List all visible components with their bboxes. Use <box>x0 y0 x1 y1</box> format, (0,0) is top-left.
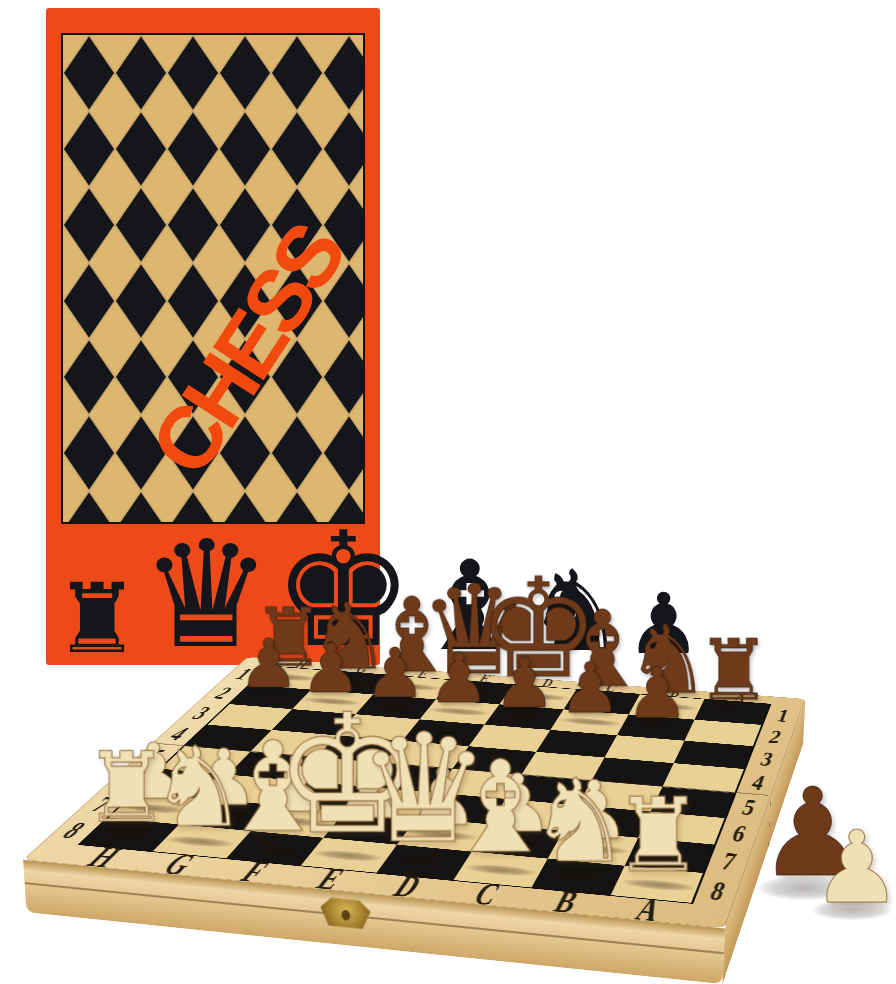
rank-label-right-1: 1 <box>775 706 792 725</box>
file-label-far-F: F <box>415 668 432 679</box>
box-right-seam <box>768 797 771 847</box>
file-label-far-D: D <box>539 677 556 689</box>
clasp-pin-icon <box>341 909 350 920</box>
board-scene: HGFEDCBA HGFEDCBA 12345678 12345678 ♜♞♝♛… <box>0 0 896 984</box>
product-photo: CHESS ♜♛♚♝♞♟ HGFEDCBA HGFEDCBA 12345678 … <box>0 0 896 984</box>
light-rook-glyph: ♜ <box>557 784 761 886</box>
rank-label-right-3: 3 <box>758 748 776 769</box>
chess-board: HGFEDCBA HGFEDCBA 12345678 12345678 ♜♞♝♛… <box>23 657 805 929</box>
file-label-far-C: C <box>603 682 619 694</box>
rank-label-right-2: 2 <box>767 727 784 747</box>
file-label-far-E: E <box>477 673 494 685</box>
clasp-latch <box>320 894 371 932</box>
file-label-far-G: G <box>353 663 373 674</box>
file-label-far-H: H <box>292 659 312 670</box>
